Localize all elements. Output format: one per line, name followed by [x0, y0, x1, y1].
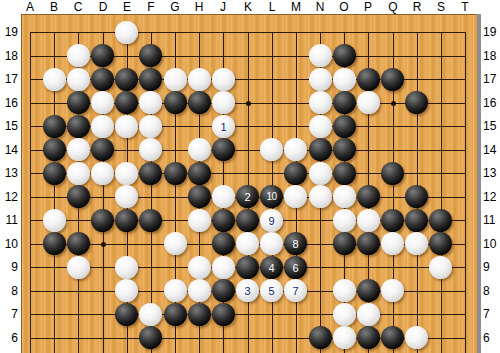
stone-white [115, 162, 138, 185]
stone-white [333, 68, 356, 91]
stone-white: 5 [260, 279, 283, 302]
go-board-screenshot: ABCDEFGHJKLMNOPQRST191918181717161615151… [0, 0, 500, 353]
stone-black [381, 209, 404, 232]
grid-line-vertical [441, 32, 442, 353]
stone-black [188, 91, 211, 114]
stone-black [43, 232, 66, 255]
stone-white [381, 279, 404, 302]
stone-white [381, 232, 404, 255]
grid-line-vertical [30, 32, 31, 353]
stone-black [67, 115, 90, 138]
stone-white [236, 232, 259, 255]
stone-white [357, 91, 380, 114]
move-number: 3 [244, 285, 250, 297]
row-label-right: 14 [483, 142, 499, 158]
stone-black [212, 303, 235, 326]
row-label-left: 15 [0, 118, 18, 134]
stone-white [164, 68, 187, 91]
move-number: 4 [268, 262, 274, 274]
stone-white [67, 68, 90, 91]
stone-black [67, 185, 90, 208]
stone-black [91, 209, 114, 232]
stone-black [91, 68, 114, 91]
stone-white [260, 138, 283, 161]
row-label-left: 11 [0, 212, 18, 228]
stone-white [284, 185, 307, 208]
stone-white [139, 115, 162, 138]
stone-black [236, 256, 259, 279]
stone-white [212, 185, 235, 208]
stone-black [139, 209, 162, 232]
row-label-right: 12 [483, 189, 499, 205]
stone-black [357, 185, 380, 208]
stone-white [309, 44, 332, 67]
row-label-left: 14 [0, 142, 18, 158]
row-label-right: 18 [483, 48, 499, 64]
stone-white [357, 209, 380, 232]
move-number: 6 [292, 262, 298, 274]
stone-white [139, 91, 162, 114]
stone-white [212, 256, 235, 279]
column-label: L [262, 0, 282, 14]
row-label-left: 17 [0, 71, 18, 87]
stone-black: 10 [260, 185, 283, 208]
stone-white [115, 256, 138, 279]
move-number: 1 [220, 121, 226, 133]
stone-black [164, 162, 187, 185]
stone-white [91, 115, 114, 138]
row-label-right: 10 [483, 236, 499, 252]
stone-black [381, 162, 404, 185]
stone-black [357, 279, 380, 302]
row-label-left: 6 [0, 330, 18, 346]
star-point [246, 101, 251, 106]
stone-white [139, 303, 162, 326]
stone-black [333, 44, 356, 67]
stone-black [164, 303, 187, 326]
stone-white [333, 279, 356, 302]
stone-black [429, 232, 452, 255]
stone-black [333, 115, 356, 138]
star-point [101, 242, 106, 247]
stone-black [139, 326, 162, 349]
column-label: R [407, 0, 427, 14]
stone-white: 3 [236, 279, 259, 302]
row-label-right: 16 [483, 95, 499, 111]
stone-white [333, 185, 356, 208]
stone-white [429, 256, 452, 279]
stone-black [115, 68, 138, 91]
stone-white [91, 162, 114, 185]
column-label: H [189, 0, 209, 14]
column-label: F [141, 0, 161, 14]
stone-white [91, 91, 114, 114]
stone-white [188, 209, 211, 232]
stone-black [333, 138, 356, 161]
stone-white [43, 68, 66, 91]
column-label: A [20, 0, 40, 14]
stone-black [405, 185, 428, 208]
row-label-left: 16 [0, 95, 18, 111]
stone-white [188, 68, 211, 91]
stone-black [357, 68, 380, 91]
stone-white [164, 232, 187, 255]
stone-black [43, 138, 66, 161]
column-label: J [213, 0, 233, 14]
stone-black [115, 209, 138, 232]
stone-black [212, 279, 235, 302]
stone-black: 2 [236, 185, 259, 208]
stone-white [115, 115, 138, 138]
stone-white [139, 138, 162, 161]
stone-white [188, 256, 211, 279]
stone-black [212, 138, 235, 161]
row-label-left: 19 [0, 24, 18, 40]
stone-white [212, 91, 235, 114]
stone-black [212, 209, 235, 232]
stone-white [67, 256, 90, 279]
column-label: M [286, 0, 306, 14]
stone-white [284, 138, 307, 161]
move-number: 7 [292, 285, 298, 297]
stone-white [212, 68, 235, 91]
stone-white: 1 [212, 115, 235, 138]
move-number: 5 [268, 285, 274, 297]
stone-white [333, 326, 356, 349]
stone-white [309, 115, 332, 138]
stone-black [67, 232, 90, 255]
stone-black [43, 162, 66, 185]
stone-black [164, 91, 187, 114]
window-edge [477, 14, 481, 353]
stone-white [67, 162, 90, 185]
stone-black [212, 232, 235, 255]
column-label: Q [383, 0, 403, 14]
stone-black [284, 162, 307, 185]
star-point [391, 101, 396, 106]
row-label-right: 15 [483, 118, 499, 134]
stone-black [91, 44, 114, 67]
stone-black [309, 326, 332, 349]
stone-black [405, 209, 428, 232]
column-label: S [431, 0, 451, 14]
stone-black [188, 303, 211, 326]
column-label: C [68, 0, 88, 14]
stone-black [429, 209, 452, 232]
stone-black [115, 303, 138, 326]
move-number: 10 [266, 191, 276, 202]
row-label-left: 9 [0, 259, 18, 275]
row-label-right: 19 [483, 24, 499, 40]
stone-black [309, 138, 332, 161]
stone-white [115, 279, 138, 302]
stone-black [357, 326, 380, 349]
move-number: 9 [268, 215, 274, 227]
row-label-left: 13 [0, 165, 18, 181]
stone-black [357, 232, 380, 255]
stone-black [115, 91, 138, 114]
stone-white [188, 279, 211, 302]
stone-white [260, 232, 283, 255]
stone-white [115, 21, 138, 44]
move-number: 8 [292, 238, 298, 250]
move-number: 2 [244, 191, 250, 203]
stone-black [91, 138, 114, 161]
stone-white: 7 [284, 279, 307, 302]
stone-black [405, 91, 428, 114]
stone-black [236, 209, 259, 232]
stone-black: 8 [284, 232, 307, 255]
row-label-right: 13 [483, 165, 499, 181]
column-label: B [44, 0, 64, 14]
stone-white [405, 326, 428, 349]
stone-white [67, 138, 90, 161]
row-label-right: 6 [483, 330, 499, 346]
stone-white [188, 138, 211, 161]
column-label: T [455, 0, 475, 14]
column-label: E [117, 0, 137, 14]
column-label: D [93, 0, 113, 14]
stone-white [115, 185, 138, 208]
stone-white [309, 68, 332, 91]
stone-black [381, 68, 404, 91]
column-label: K [238, 0, 258, 14]
stone-black [139, 162, 162, 185]
row-label-left: 10 [0, 236, 18, 252]
column-label: P [358, 0, 378, 14]
go-board[interactable] [21, 14, 477, 353]
stone-black [67, 91, 90, 114]
stone-black [333, 91, 356, 114]
row-label-left: 8 [0, 283, 18, 299]
stone-black [381, 326, 404, 349]
stone-white [405, 232, 428, 255]
row-label-right: 7 [483, 306, 499, 322]
stone-white [333, 303, 356, 326]
stone-white [309, 185, 332, 208]
column-label: O [334, 0, 354, 14]
row-label-right: 8 [483, 283, 499, 299]
stone-black [139, 68, 162, 91]
column-label: G [165, 0, 185, 14]
stone-black [333, 232, 356, 255]
grid-line-vertical [465, 32, 466, 353]
stone-white [309, 162, 332, 185]
row-label-left: 7 [0, 306, 18, 322]
stone-white [43, 209, 66, 232]
column-label: N [310, 0, 330, 14]
row-label-right: 9 [483, 259, 499, 275]
stone-black [188, 162, 211, 185]
stone-black [188, 185, 211, 208]
row-label-left: 12 [0, 189, 18, 205]
stone-white: 9 [260, 209, 283, 232]
stone-white [357, 303, 380, 326]
stone-black [333, 162, 356, 185]
row-label-right: 11 [483, 212, 499, 228]
stone-white [309, 91, 332, 114]
stone-black: 4 [260, 256, 283, 279]
stone-black: 6 [284, 256, 307, 279]
stone-black [43, 115, 66, 138]
stone-white [333, 209, 356, 232]
stone-black [139, 44, 162, 67]
stone-white [164, 279, 187, 302]
row-label-right: 17 [483, 71, 499, 87]
row-label-left: 18 [0, 48, 18, 64]
stone-white [67, 44, 90, 67]
